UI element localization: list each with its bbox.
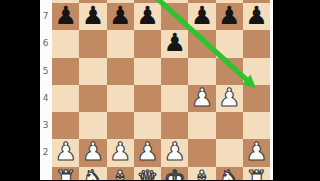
- white-knight: ♞: [218, 167, 240, 180]
- black-pawn: ♟: [54, 3, 76, 28]
- black-rook: ♜: [54, 0, 76, 1]
- square-g7[interactable]: ♟: [216, 3, 243, 30]
- square-a5[interactable]: [52, 58, 79, 85]
- rank-label-4: 4: [40, 93, 51, 104]
- white-rook: ♜: [54, 167, 76, 180]
- square-e7[interactable]: [161, 3, 188, 30]
- white-king: ♚: [163, 167, 185, 180]
- square-c2[interactable]: ♟: [107, 139, 134, 166]
- square-h4[interactable]: [243, 85, 270, 112]
- square-e6[interactable]: ♟: [161, 30, 188, 57]
- square-h2[interactable]: ♟: [243, 139, 270, 166]
- black-pawn: ♟: [109, 3, 131, 28]
- square-h3[interactable]: [243, 112, 270, 139]
- square-f3[interactable]: [188, 112, 215, 139]
- square-c6[interactable]: [107, 30, 134, 57]
- square-h1[interactable]: ♜: [243, 167, 270, 181]
- white-bishop: ♝: [191, 167, 213, 180]
- square-g2[interactable]: [216, 139, 243, 166]
- square-d4[interactable]: [134, 85, 161, 112]
- square-d7[interactable]: ♟: [134, 3, 161, 30]
- square-d1[interactable]: ♛: [134, 167, 161, 181]
- square-d3[interactable]: [134, 112, 161, 139]
- black-rook: ♜: [245, 0, 267, 1]
- square-c3[interactable]: [107, 112, 134, 139]
- square-b6[interactable]: [79, 30, 106, 57]
- white-knight: ♞: [82, 167, 104, 180]
- square-g6[interactable]: [216, 30, 243, 57]
- chess-board: ♜♞♝♛♚♝♞♜♟♟♟♟♟♟♟♟♟♟♟♟♟♟♟♟♜♞♝♛♚♝♞♜: [52, 0, 270, 180]
- square-b1[interactable]: ♞: [79, 167, 106, 181]
- square-a7[interactable]: ♟: [52, 3, 79, 30]
- letterbox-right: [273, 0, 320, 180]
- square-g3[interactable]: [216, 112, 243, 139]
- square-h6[interactable]: [243, 30, 270, 57]
- white-pawn: ♟: [245, 139, 267, 164]
- white-bishop: ♝: [109, 167, 131, 180]
- square-e2[interactable]: ♟: [161, 139, 188, 166]
- white-pawn: ♟: [54, 139, 76, 164]
- square-g1[interactable]: ♞: [216, 167, 243, 181]
- black-pawn: ♟: [136, 3, 158, 28]
- white-pawn: ♟: [82, 139, 104, 164]
- square-c4[interactable]: [107, 85, 134, 112]
- white-pawn: ♟: [191, 85, 213, 110]
- white-pawn: ♟: [109, 139, 131, 164]
- square-e3[interactable]: [161, 112, 188, 139]
- white-pawn: ♟: [218, 85, 240, 110]
- black-king: ♚: [163, 0, 185, 1]
- square-f1[interactable]: ♝: [188, 167, 215, 181]
- rank-label-3: 3: [40, 120, 51, 131]
- square-d5[interactable]: [134, 58, 161, 85]
- square-a3[interactable]: [52, 112, 79, 139]
- square-f5[interactable]: [188, 58, 215, 85]
- square-f6[interactable]: [188, 30, 215, 57]
- video-frame: ♜♞♝♛♚♝♞♜♟♟♟♟♟♟♟♟♟♟♟♟♟♟♟♟♜♞♝♛♚♝♞♜ 765432: [0, 0, 320, 180]
- square-e4[interactable]: [161, 85, 188, 112]
- square-f4[interactable]: ♟: [188, 85, 215, 112]
- black-knight: ♞: [218, 0, 240, 1]
- black-pawn: ♟: [191, 3, 213, 28]
- square-d2[interactable]: ♟: [134, 139, 161, 166]
- square-c5[interactable]: [107, 58, 134, 85]
- black-queen: ♛: [136, 0, 158, 1]
- white-pawn: ♟: [163, 139, 185, 164]
- black-bishop: ♝: [109, 0, 131, 1]
- rank-label-6: 6: [40, 38, 51, 49]
- black-pawn: ♟: [245, 3, 267, 28]
- square-b4[interactable]: [79, 85, 106, 112]
- black-pawn: ♟: [82, 3, 104, 28]
- square-h7[interactable]: ♟: [243, 3, 270, 30]
- rank-label-5: 5: [40, 66, 51, 77]
- square-f2[interactable]: [188, 139, 215, 166]
- square-f7[interactable]: ♟: [188, 3, 215, 30]
- square-g4[interactable]: ♟: [216, 85, 243, 112]
- white-rook: ♜: [245, 167, 267, 180]
- square-a6[interactable]: [52, 30, 79, 57]
- square-c7[interactable]: ♟: [107, 3, 134, 30]
- square-h5[interactable]: [243, 58, 270, 85]
- square-e1[interactable]: ♚: [161, 167, 188, 181]
- square-b3[interactable]: [79, 112, 106, 139]
- rank-label-2: 2: [40, 147, 51, 158]
- black-knight: ♞: [82, 0, 104, 1]
- square-e5[interactable]: [161, 58, 188, 85]
- black-bishop: ♝: [191, 0, 213, 1]
- letterbox-left: [0, 0, 40, 180]
- square-d6[interactable]: [134, 30, 161, 57]
- square-c1[interactable]: ♝: [107, 167, 134, 181]
- rank-label-7: 7: [40, 11, 51, 22]
- black-pawn: ♟: [218, 3, 240, 28]
- black-pawn: ♟: [163, 30, 185, 55]
- square-a1[interactable]: ♜: [52, 167, 79, 181]
- square-g5[interactable]: [216, 58, 243, 85]
- square-b2[interactable]: ♟: [79, 139, 106, 166]
- square-b7[interactable]: ♟: [79, 3, 106, 30]
- square-a2[interactable]: ♟: [52, 139, 79, 166]
- square-a4[interactable]: [52, 85, 79, 112]
- white-queen: ♛: [136, 167, 158, 180]
- square-b5[interactable]: [79, 58, 106, 85]
- white-pawn: ♟: [136, 139, 158, 164]
